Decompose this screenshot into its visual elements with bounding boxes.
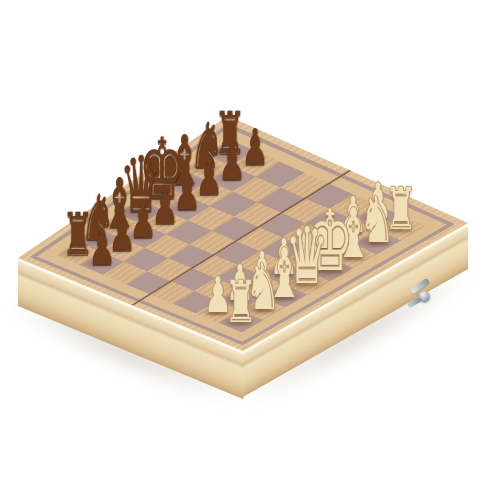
- chess-set-product-photo: ♜♞♝♛♚♝♞♜♟♟♟♟♟♟♟♟♟♟♟♟♟♟♟♟♜♞♝♛♚♝♞♜: [0, 0, 500, 500]
